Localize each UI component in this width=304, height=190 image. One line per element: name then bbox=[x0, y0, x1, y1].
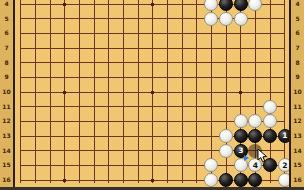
row-label: 8 bbox=[291, 60, 304, 66]
row-label: 4 bbox=[0, 1, 13, 7]
black-stone bbox=[263, 129, 277, 143]
row-labels-left: 45678910111213141516 bbox=[0, 0, 15, 190]
row-label: 9 bbox=[291, 74, 304, 80]
white-stone bbox=[234, 114, 248, 128]
row-label: 13 bbox=[0, 133, 13, 139]
row-label: 7 bbox=[291, 45, 304, 51]
row-label: 14 bbox=[291, 148, 304, 154]
black-stone bbox=[219, 173, 233, 187]
row-label: 10 bbox=[291, 89, 304, 95]
row-label: 8 bbox=[0, 60, 13, 66]
grid-line-horizontal bbox=[20, 106, 285, 107]
grid-line-horizontal bbox=[20, 77, 285, 78]
grid-line-horizontal bbox=[20, 48, 285, 49]
white-stone bbox=[234, 12, 248, 26]
black-stone bbox=[234, 129, 248, 143]
white-stone bbox=[204, 173, 218, 187]
move-number: 1 bbox=[282, 132, 287, 140]
white-stone bbox=[219, 144, 233, 158]
white-stone bbox=[219, 12, 233, 26]
white-stone bbox=[248, 0, 262, 11]
row-label: 16 bbox=[291, 177, 304, 183]
row-label: 12 bbox=[0, 118, 13, 124]
star-point bbox=[63, 179, 66, 182]
row-label: 4 bbox=[291, 1, 304, 7]
grid-line-horizontal bbox=[20, 62, 285, 63]
row-label: 13 bbox=[291, 133, 304, 139]
row-label: 16 bbox=[0, 177, 13, 183]
row-label: 15 bbox=[291, 162, 304, 168]
star-point bbox=[151, 91, 154, 94]
black-stone bbox=[234, 0, 248, 11]
black-stone bbox=[219, 0, 233, 11]
white-stone bbox=[219, 129, 233, 143]
bottom-border-bar bbox=[0, 187, 304, 190]
move-indicator-triangle-icon bbox=[244, 155, 249, 161]
row-label: 15 bbox=[0, 162, 13, 168]
move-number: 2 bbox=[282, 162, 287, 170]
row-labels-right: 45678910111213141516 bbox=[289, 0, 304, 190]
row-label: 11 bbox=[291, 104, 304, 110]
row-label: 14 bbox=[0, 148, 13, 154]
star-point bbox=[63, 3, 66, 6]
black-stone bbox=[248, 173, 262, 187]
mouse-cursor-icon bbox=[257, 148, 269, 167]
row-label: 11 bbox=[0, 104, 13, 110]
row-label: 6 bbox=[0, 30, 13, 36]
star-point bbox=[239, 91, 242, 94]
row-label: 6 bbox=[291, 30, 304, 36]
white-stone bbox=[263, 114, 277, 128]
row-label: 5 bbox=[291, 16, 304, 22]
white-stone bbox=[204, 12, 218, 26]
row-label: 5 bbox=[0, 16, 13, 22]
row-label: 7 bbox=[0, 45, 13, 51]
star-point bbox=[151, 179, 154, 182]
star-point bbox=[151, 3, 154, 6]
row-label: 10 bbox=[0, 89, 13, 95]
grid-line-horizontal bbox=[20, 33, 285, 34]
white-stone bbox=[248, 114, 262, 128]
black-stone bbox=[248, 129, 262, 143]
white-stone bbox=[204, 158, 218, 172]
go-board-app: 1342 45678910111213141516 45678910111213… bbox=[0, 0, 304, 190]
move-number: 3 bbox=[238, 147, 243, 155]
star-point bbox=[63, 91, 66, 94]
white-stone bbox=[204, 0, 218, 11]
black-stone bbox=[234, 173, 248, 187]
row-label: 12 bbox=[291, 118, 304, 124]
row-label: 9 bbox=[0, 74, 13, 80]
white-stone bbox=[263, 100, 277, 114]
